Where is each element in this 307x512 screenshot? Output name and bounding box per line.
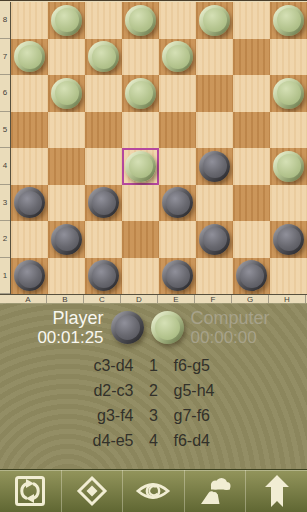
piece-green[interactable] — [51, 78, 82, 109]
info-panel: Player 00:01:25 Computer 00:00:00 c3-d41… — [0, 303, 307, 469]
players-header: Player 00:01:25 Computer 00:00:00 — [0, 303, 307, 347]
rank-label-4: 4 — [0, 148, 10, 185]
move-number: 1 — [140, 354, 168, 378]
square-d7[interactable] — [122, 39, 159, 76]
computer-clock: 00:00:00 — [191, 328, 270, 347]
square-h4[interactable] — [270, 148, 307, 185]
piece-green[interactable] — [125, 151, 156, 182]
piece-green[interactable] — [273, 5, 304, 36]
square-d4[interactable] — [122, 148, 159, 185]
square-b5[interactable] — [48, 112, 85, 149]
diamond-icon — [76, 475, 108, 507]
piece-dark[interactable] — [162, 187, 193, 218]
checkers-board[interactable] — [10, 2, 307, 294]
square-g5[interactable] — [233, 112, 270, 149]
square-b2[interactable] — [48, 221, 85, 258]
show-button[interactable] — [122, 470, 184, 512]
move-number: 4 — [140, 429, 168, 453]
square-e2[interactable] — [159, 221, 196, 258]
square-c5[interactable] — [85, 112, 122, 149]
square-e5[interactable] — [159, 112, 196, 149]
board-area: 87654321 ABCDEFGH — [0, 0, 307, 303]
square-a6[interactable] — [11, 75, 48, 112]
move-list[interactable]: c3-d41f6-g5d2-c32g5-h4g3-f43g7-f6d4-e54f… — [0, 354, 307, 453]
square-f5[interactable] — [196, 112, 233, 149]
square-f3[interactable] — [196, 185, 233, 222]
player-clock: 00:01:25 — [37, 328, 103, 347]
square-e7[interactable] — [159, 39, 196, 76]
square-f4[interactable] — [196, 148, 233, 185]
square-g4[interactable] — [233, 148, 270, 185]
bonsai-clouds-icon — [198, 474, 232, 508]
player-label: Player — [37, 308, 103, 328]
move-player: g3-f4 — [68, 404, 140, 428]
piece-dark[interactable] — [14, 187, 45, 218]
rank-labels: 87654321 — [0, 2, 10, 294]
square-g2[interactable] — [233, 221, 270, 258]
square-b1[interactable] — [48, 258, 85, 295]
move-computer: f6-g5 — [168, 354, 240, 378]
computer-label: Computer — [191, 308, 270, 328]
square-d1[interactable] — [122, 258, 159, 295]
square-g6[interactable] — [233, 75, 270, 112]
move-number: 2 — [140, 379, 168, 403]
square-h8[interactable] — [270, 2, 307, 39]
computer-side: Computer 00:00:00 — [191, 308, 270, 347]
new-game-button[interactable] — [0, 470, 61, 512]
arrow-up-icon — [261, 473, 293, 509]
square-d5[interactable] — [122, 112, 159, 149]
rank-label-5: 5 — [0, 112, 10, 149]
square-d2[interactable] — [122, 221, 159, 258]
piece-dark[interactable] — [88, 260, 119, 291]
moves-hint-button[interactable] — [61, 470, 123, 512]
piece-green[interactable] — [125, 78, 156, 109]
rank-label-2: 2 — [0, 221, 10, 258]
square-a4[interactable] — [11, 148, 48, 185]
eye-spiral-icon — [135, 477, 171, 505]
move-player: d2-c3 — [68, 379, 140, 403]
move-computer: f6-d4 — [168, 429, 240, 453]
square-c6[interactable] — [85, 75, 122, 112]
piece-green[interactable] — [125, 5, 156, 36]
square-g3[interactable] — [233, 185, 270, 222]
square-h7[interactable] — [270, 39, 307, 76]
move-computer: g5-h4 — [168, 379, 240, 403]
square-g8[interactable] — [233, 2, 270, 39]
square-c8[interactable] — [85, 2, 122, 39]
move-player: d4-e5 — [68, 429, 140, 453]
square-d3[interactable] — [122, 185, 159, 222]
square-c3[interactable] — [85, 185, 122, 222]
piece-dark[interactable] — [162, 260, 193, 291]
square-b4[interactable] — [48, 148, 85, 185]
square-h3[interactable] — [270, 185, 307, 222]
piece-green[interactable] — [199, 5, 230, 36]
piece-dark[interactable] — [14, 260, 45, 291]
square-f8[interactable] — [196, 2, 233, 39]
square-a7[interactable] — [11, 39, 48, 76]
move-computer: g7-f6 — [168, 404, 240, 428]
square-e8[interactable] — [159, 2, 196, 39]
move-number: 3 — [140, 404, 168, 428]
player-piece-icon — [111, 311, 144, 344]
square-h2[interactable] — [270, 221, 307, 258]
move-player: c3-d4 — [68, 354, 140, 378]
piece-green[interactable] — [14, 41, 45, 72]
rank-label-7: 7 — [0, 39, 10, 76]
square-a5[interactable] — [11, 112, 48, 149]
square-c2[interactable] — [85, 221, 122, 258]
square-a3[interactable] — [11, 185, 48, 222]
up-arrow-button[interactable] — [245, 470, 307, 512]
square-a2[interactable] — [11, 221, 48, 258]
square-g7[interactable] — [233, 39, 270, 76]
square-f2[interactable] — [196, 221, 233, 258]
rank-label-8: 8 — [0, 2, 10, 39]
piece-dark[interactable] — [199, 151, 230, 182]
square-a8[interactable] — [11, 2, 48, 39]
square-g1[interactable] — [233, 258, 270, 295]
piece-green[interactable] — [273, 151, 304, 182]
rank-label-6: 6 — [0, 75, 10, 112]
piece-green[interactable] — [51, 5, 82, 36]
piece-green[interactable] — [88, 41, 119, 72]
square-h6[interactable] — [270, 75, 307, 112]
player-side: Player 00:01:25 — [37, 308, 103, 347]
square-b6[interactable] — [48, 75, 85, 112]
square-c1[interactable] — [85, 258, 122, 295]
square-h5[interactable] — [270, 112, 307, 149]
square-e4[interactable] — [159, 148, 196, 185]
piece-dark[interactable] — [236, 260, 267, 291]
piece-green[interactable] — [273, 78, 304, 109]
piece-dark[interactable] — [199, 224, 230, 255]
square-b8[interactable] — [48, 2, 85, 39]
checkers-app: 87654321 ABCDEFGH Player 00:01:25 Comput… — [0, 0, 307, 512]
rank-label-3: 3 — [0, 185, 10, 222]
square-a1[interactable] — [11, 258, 48, 295]
piece-dark[interactable] — [273, 224, 304, 255]
square-f6[interactable] — [196, 75, 233, 112]
piece-dark[interactable] — [51, 224, 82, 255]
square-e3[interactable] — [159, 185, 196, 222]
piece-dark[interactable] — [88, 187, 119, 218]
square-d8[interactable] — [122, 2, 159, 39]
square-d6[interactable] — [122, 75, 159, 112]
computer-piece-icon — [151, 311, 184, 344]
square-e6[interactable] — [159, 75, 196, 112]
bottom-toolbar — [0, 469, 307, 512]
piece-green[interactable] — [162, 41, 193, 72]
square-b3[interactable] — [48, 185, 85, 222]
square-c4[interactable] — [85, 148, 122, 185]
square-f7[interactable] — [196, 39, 233, 76]
square-f1[interactable] — [196, 258, 233, 295]
rank-label-1: 1 — [0, 258, 10, 295]
square-c7[interactable] — [85, 39, 122, 76]
position-button[interactable] — [184, 470, 246, 512]
square-e1[interactable] — [159, 258, 196, 295]
square-b7[interactable] — [48, 39, 85, 76]
refresh-square-icon — [14, 475, 46, 507]
square-h1[interactable] — [270, 258, 307, 295]
